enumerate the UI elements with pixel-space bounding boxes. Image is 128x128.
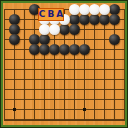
- white-stone: [49, 24, 60, 35]
- black-stone: [79, 44, 90, 55]
- answer-choice-box[interactable]: CBA: [38, 8, 64, 21]
- star-point-icon: [13, 108, 16, 111]
- go-board[interactable]: CBA: [3, 3, 125, 125]
- black-stone: [69, 24, 80, 35]
- go-app-screenshot: CBA: [0, 0, 128, 128]
- answer-choice-b-label[interactable]: B: [47, 10, 54, 19]
- black-stone: [9, 34, 20, 45]
- star-point-icon: [83, 108, 86, 111]
- answer-choice-c-label[interactable]: C: [39, 10, 46, 19]
- answer-choice-a-label[interactable]: A: [56, 10, 63, 19]
- black-stone: [109, 34, 120, 45]
- black-stone: [109, 14, 120, 25]
- white-stone: [99, 4, 110, 15]
